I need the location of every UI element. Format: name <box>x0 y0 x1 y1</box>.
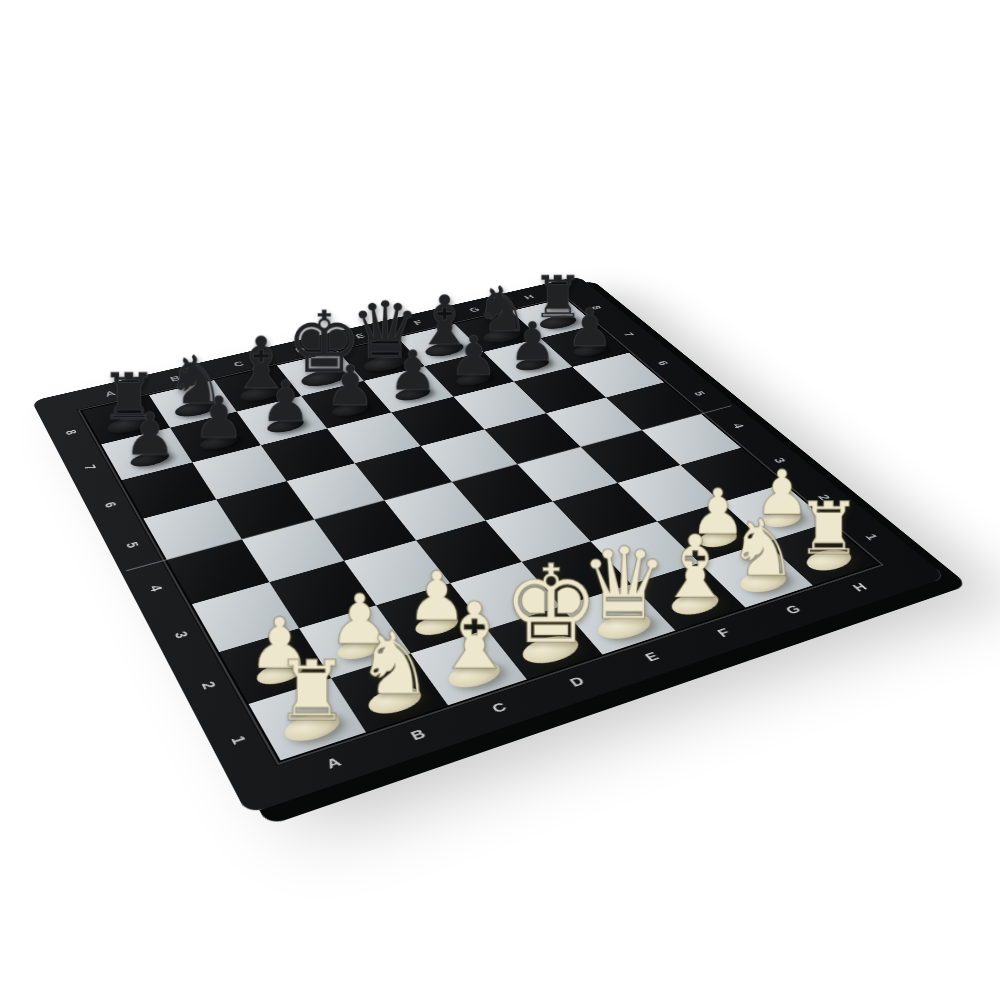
pawn-icon: ♟ <box>449 330 498 382</box>
pawn-icon: ♟ <box>388 345 437 397</box>
pawn-icon: ♟ <box>193 390 245 445</box>
rook-icon: ♜ <box>275 652 350 731</box>
pieces-layer: ♜♞♝♛♟♚♟♝♟♞♟♜♟♟♟♟♟♟♜♞♟♝♟♛♟♚♝♞♜ <box>31 276 946 814</box>
knight-icon: ♞ <box>728 511 798 586</box>
pawn-icon: ♟ <box>509 316 557 367</box>
pawn-icon: ♟ <box>260 375 311 429</box>
knight-icon: ♞ <box>356 623 434 705</box>
pawn-icon: ♟ <box>325 359 375 412</box>
pawn-icon: ♟ <box>124 407 177 463</box>
photo-scene: AABBCCDDEEFFGGHH1122334455667788 ♜♞♝♛♟♚♟… <box>0 0 1000 1000</box>
chess-board: AABBCCDDEEFFGGHH1122334455667788 ♜♞♝♛♟♚♟… <box>31 276 946 814</box>
bishop-icon: ♝ <box>433 592 515 679</box>
king-icon: ♚ <box>502 553 599 656</box>
rook-icon: ♜ <box>796 495 861 564</box>
